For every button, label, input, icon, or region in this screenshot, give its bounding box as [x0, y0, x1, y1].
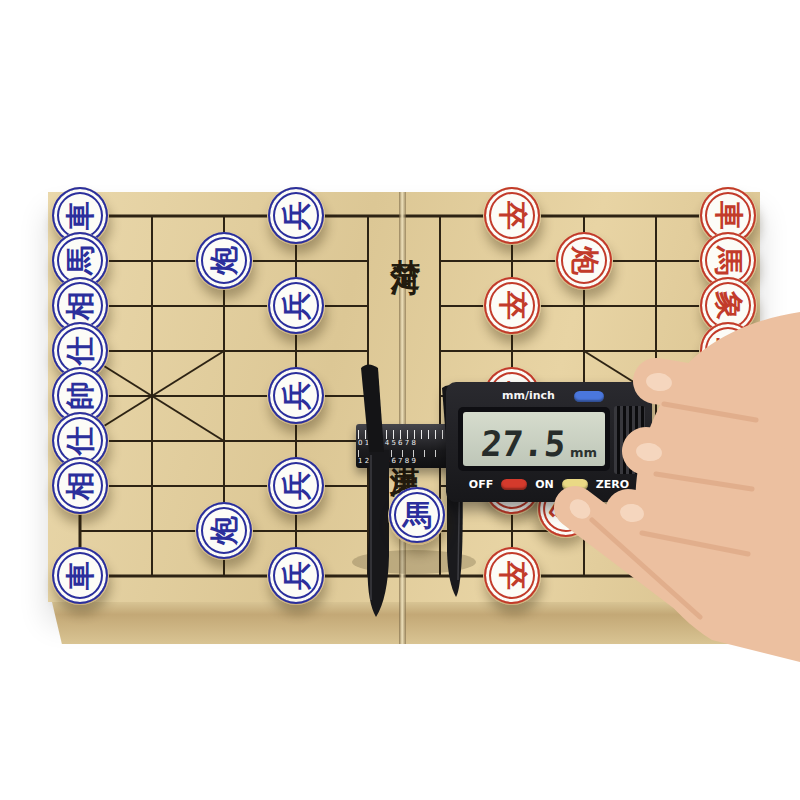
piece-glyph: 卒 — [498, 201, 527, 230]
piece-glyph: 象 — [714, 471, 743, 500]
piece-glyph: 炮 — [210, 516, 239, 545]
xiangqi-piece[interactable]: 炮 — [555, 232, 613, 290]
piece-glyph: 兵 — [282, 381, 311, 410]
xiangqi-piece[interactable]: 卒 — [483, 547, 541, 605]
piece-glyph: 仕 — [66, 426, 95, 455]
thumb-grip[interactable] — [614, 406, 645, 474]
piece-face: 炮 — [196, 232, 252, 289]
lcd-bezel: 27.5 mm — [458, 407, 610, 471]
measured-piece-horse[interactable]: 馬 — [388, 487, 446, 545]
piece-glyph: 將 — [714, 381, 743, 410]
piece-glyph: 仕 — [66, 336, 95, 365]
piece-face: 炮 — [556, 232, 612, 289]
piece-face: 馬 — [389, 487, 445, 543]
piece-face: 炮 — [196, 502, 252, 559]
mm-inch-label: mm/inch — [502, 389, 555, 402]
piece-glyph: 炮 — [210, 246, 239, 275]
xiangqi-piece[interactable]: 車 — [51, 547, 109, 605]
piece-glyph: 士 — [714, 336, 743, 365]
piece-face: 卒 — [484, 277, 540, 334]
piece-glyph: 兵 — [282, 291, 311, 320]
off-label: OFF — [469, 478, 493, 491]
caliper-scale-right: 100 110 4 — [652, 428, 744, 464]
piece-glyph: 兵 — [282, 471, 311, 500]
piece-glyph: 車 — [66, 201, 95, 230]
caliper-display: mm/inch 27.5 mm OFF ON ZERO — [446, 382, 652, 502]
piece-face: 兵 — [268, 277, 324, 334]
piece-glyph: 象 — [714, 291, 743, 320]
piece-glyph: 馬 — [66, 246, 95, 275]
piece-glyph: 相 — [66, 291, 95, 320]
xiangqi-piece[interactable]: 兵 — [267, 547, 325, 605]
on-label: ON — [535, 478, 554, 491]
piece-face: 相 — [52, 457, 108, 514]
piece-glyph: 車 — [66, 561, 95, 590]
zero-label: ZERO — [596, 478, 629, 491]
product-photo: 楚河 漢界 車馬相仕帥仕相車炮炮兵兵兵兵兵卒卒卒卒卒炮炮車馬象士將士象馬車 0 … — [0, 0, 800, 800]
piece-glyph: 馬 — [714, 516, 743, 545]
piece-face: 卒 — [484, 187, 540, 244]
xiangqi-piece[interactable]: 卒 — [483, 277, 541, 335]
mm-inch-button[interactable] — [574, 391, 604, 402]
caliper-unit: mm — [570, 445, 597, 460]
piece-glyph: 馬 — [403, 501, 432, 530]
xiangqi-piece[interactable]: 兵 — [267, 367, 325, 425]
xiangqi-piece[interactable]: 兵 — [267, 277, 325, 335]
piece-glyph: 馬 — [714, 246, 743, 275]
piece-glyph: 炮 — [570, 246, 599, 275]
piece-face: 卒 — [484, 547, 540, 604]
piece-face: 兵 — [268, 547, 324, 604]
piece-glyph: 帥 — [66, 381, 95, 410]
piece-glyph: 相 — [66, 471, 95, 500]
off-button[interactable] — [501, 479, 527, 490]
piece-face: 兵 — [268, 187, 324, 244]
piece-face: 車 — [52, 547, 108, 604]
piece-glyph: 兵 — [282, 201, 311, 230]
lcd-screen: 27.5 mm — [463, 412, 605, 466]
piece-glyph: 車 — [714, 201, 743, 230]
piece-face: 兵 — [268, 367, 324, 424]
xiangqi-piece[interactable]: 炮 — [195, 502, 253, 560]
piece-glyph: 卒 — [498, 561, 527, 590]
piece-glyph: 兵 — [282, 561, 311, 590]
piece-glyph: 卒 — [498, 291, 527, 320]
xiangqi-piece[interactable]: 炮 — [195, 232, 253, 290]
xiangqi-piece[interactable]: 馬 — [699, 502, 757, 560]
xiangqi-piece[interactable]: 兵 — [267, 187, 325, 245]
piece-face: 馬 — [700, 502, 756, 559]
piece-face: 兵 — [268, 457, 324, 514]
xiangqi-piece[interactable]: 卒 — [483, 187, 541, 245]
caliper-scale-left: 0 1 2 3 4 5 6 7 8 1 2 3 4 5 6 7 8 9 — [358, 428, 446, 464]
xiangqi-piece[interactable]: 兵 — [267, 457, 325, 515]
xiangqi-piece[interactable]: 相 — [51, 457, 109, 515]
zero-button[interactable] — [562, 479, 588, 490]
caliper-reading: 27.5 — [479, 427, 566, 462]
